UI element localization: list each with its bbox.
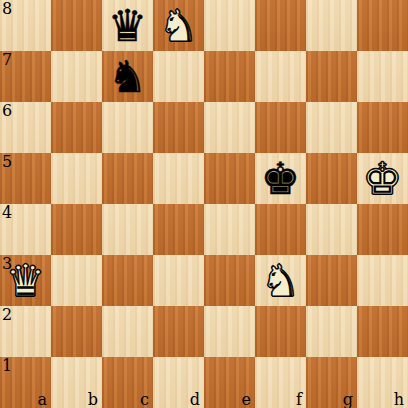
piece-black-knight-c7[interactable]: ♞ [108,51,147,102]
square-a6[interactable]: 6 [0,102,51,153]
rank-label-1: 1 [2,358,12,374]
square-d8[interactable]: ♞ [153,0,204,51]
square-c1[interactable]: c [102,357,153,408]
rank-label-6: 6 [2,103,12,119]
square-e7[interactable] [204,51,255,102]
file-label-e: e [242,392,251,408]
square-g4[interactable] [306,204,357,255]
square-g1[interactable]: g [306,357,357,408]
square-e2[interactable] [204,306,255,357]
square-c6[interactable] [102,102,153,153]
square-c7[interactable]: ♞ [102,51,153,102]
rank-label-8: 8 [2,1,12,17]
square-h6[interactable] [357,102,408,153]
rank-label-3: 3 [2,256,12,272]
square-b3[interactable] [51,255,102,306]
square-b8[interactable] [51,0,102,51]
square-d2[interactable] [153,306,204,357]
square-f1[interactable]: f [255,357,306,408]
square-b6[interactable] [51,102,102,153]
square-f5[interactable]: ♚ [255,153,306,204]
piece-white-knight-f3[interactable]: ♞ [261,255,300,306]
file-label-g: g [343,392,353,408]
file-label-b: b [88,392,98,408]
square-a3[interactable]: 3♛ [0,255,51,306]
square-d4[interactable] [153,204,204,255]
square-a7[interactable]: 7 [0,51,51,102]
piece-white-knight-d8[interactable]: ♞ [159,0,198,51]
square-c3[interactable] [102,255,153,306]
file-label-c: c [140,392,149,408]
square-h2[interactable] [357,306,408,357]
square-d5[interactable] [153,153,204,204]
square-a5[interactable]: 5 [0,153,51,204]
square-e4[interactable] [204,204,255,255]
file-label-d: d [190,392,200,408]
square-h5[interactable]: ♚ [357,153,408,204]
square-b1[interactable]: b [51,357,102,408]
square-e5[interactable] [204,153,255,204]
square-h4[interactable] [357,204,408,255]
square-g6[interactable] [306,102,357,153]
square-d3[interactable] [153,255,204,306]
rank-label-7: 7 [2,52,12,68]
square-e1[interactable]: e [204,357,255,408]
file-label-f: f [296,392,302,408]
square-a4[interactable]: 4 [0,204,51,255]
square-h8[interactable] [357,0,408,51]
square-h7[interactable] [357,51,408,102]
square-a2[interactable]: 2 [0,306,51,357]
square-d6[interactable] [153,102,204,153]
square-f2[interactable] [255,306,306,357]
square-c8[interactable]: ♛ [102,0,153,51]
chess-board: 8♛♞7♞65♚♚43♛♞21abcdefgh [0,0,408,408]
square-e8[interactable] [204,0,255,51]
square-a1[interactable]: 1a [0,357,51,408]
square-c5[interactable] [102,153,153,204]
square-b7[interactable] [51,51,102,102]
square-f6[interactable] [255,102,306,153]
square-a8[interactable]: 8 [0,0,51,51]
square-e3[interactable] [204,255,255,306]
square-g7[interactable] [306,51,357,102]
square-f7[interactable] [255,51,306,102]
file-label-a: a [37,392,47,408]
square-d7[interactable] [153,51,204,102]
square-b4[interactable] [51,204,102,255]
file-label-h: h [394,392,404,408]
square-f4[interactable] [255,204,306,255]
square-e6[interactable] [204,102,255,153]
piece-black-queen-c8[interactable]: ♛ [108,0,147,51]
square-f3[interactable]: ♞ [255,255,306,306]
square-g8[interactable] [306,0,357,51]
square-g2[interactable] [306,306,357,357]
piece-black-king-f5[interactable]: ♚ [261,153,300,204]
piece-white-king-h5[interactable]: ♚ [363,153,402,204]
square-h3[interactable] [357,255,408,306]
rank-label-4: 4 [2,205,12,221]
square-g3[interactable] [306,255,357,306]
square-b5[interactable] [51,153,102,204]
square-c4[interactable] [102,204,153,255]
rank-label-5: 5 [2,154,12,170]
square-h1[interactable]: h [357,357,408,408]
rank-label-2: 2 [2,307,12,323]
square-c2[interactable] [102,306,153,357]
square-f8[interactable] [255,0,306,51]
square-d1[interactable]: d [153,357,204,408]
square-b2[interactable] [51,306,102,357]
square-g5[interactable] [306,153,357,204]
